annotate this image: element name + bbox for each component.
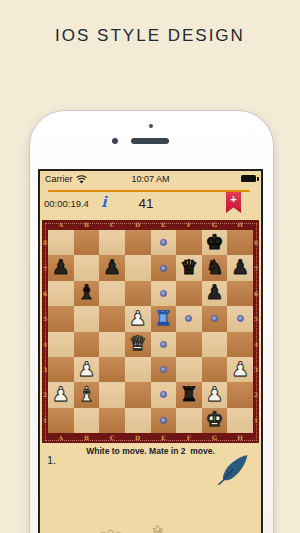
square-h1[interactable]	[227, 408, 253, 433]
square-e6[interactable]	[151, 281, 177, 306]
white-queen-d4[interactable]: ♛	[129, 333, 147, 353]
file-label-b: B	[74, 434, 100, 442]
square-e8[interactable]	[151, 230, 177, 255]
square-a6[interactable]	[48, 281, 74, 306]
file-label-d: D	[125, 434, 151, 442]
earpiece-speaker-icon	[131, 138, 169, 144]
square-b8[interactable]	[74, 230, 100, 255]
battery-icon	[241, 175, 256, 182]
square-e4[interactable]	[151, 332, 177, 357]
black-knight-g7[interactable]: ♞	[206, 257, 224, 277]
square-f5[interactable]	[176, 306, 202, 331]
square-b3[interactable]: ♟	[74, 357, 100, 382]
front-camera-icon	[112, 138, 118, 144]
legal-move-dot-e6[interactable]	[160, 290, 167, 297]
legal-move-dot-f5[interactable]	[185, 315, 192, 322]
square-b6[interactable]: ♝	[74, 281, 100, 306]
square-a4[interactable]	[48, 332, 74, 357]
square-g6[interactable]: ♟	[202, 281, 228, 306]
square-h7[interactable]: ♟	[227, 255, 253, 280]
square-d8[interactable]	[125, 230, 151, 255]
legal-move-dot-e7[interactable]	[160, 265, 167, 272]
phone-top-mic-icon	[149, 124, 153, 128]
square-a5[interactable]	[48, 306, 74, 331]
square-f2[interactable]: ♜	[176, 382, 202, 407]
square-f3[interactable]	[176, 357, 202, 382]
square-h6[interactable]	[227, 281, 253, 306]
square-e1[interactable]	[151, 408, 177, 433]
square-c8[interactable]	[99, 230, 125, 255]
square-c4[interactable]	[99, 332, 125, 357]
square-e7[interactable]	[151, 255, 177, 280]
selected-white-rook-e5[interactable]: ♜	[154, 308, 172, 328]
square-g2[interactable]: ♟	[202, 382, 228, 407]
square-e5[interactable]: ♜	[151, 306, 177, 331]
file-label-c: C	[99, 434, 125, 442]
square-e2[interactable]	[151, 382, 177, 407]
decorative-piece-row: ♜♞♝♛♚♝♟♞♜	[40, 488, 261, 533]
square-a1[interactable]	[48, 408, 74, 433]
square-f4[interactable]	[176, 332, 202, 357]
square-b7[interactable]	[74, 255, 100, 280]
square-d3[interactable]	[125, 357, 151, 382]
square-b1[interactable]	[74, 408, 100, 433]
rank-label-7: 7	[253, 255, 259, 280]
legal-move-dot-e1[interactable]	[160, 417, 167, 424]
file-labels-top: ABCDEFGH	[48, 221, 253, 229]
square-f8[interactable]	[176, 230, 202, 255]
white-pawn-b3[interactable]: ♟	[77, 359, 95, 379]
black-queen-f7[interactable]: ♛	[180, 257, 198, 277]
status-time: 10:07 AM	[40, 174, 261, 184]
status-bar: Carrier 10:07 AM	[40, 171, 261, 188]
legal-move-dot-e4[interactable]	[160, 341, 167, 348]
black-king-g8[interactable]: ♚	[206, 232, 224, 252]
rank-labels-right: 87654321	[253, 230, 259, 433]
file-label-a: A	[48, 434, 74, 442]
rank-label-3: 3	[253, 357, 259, 382]
header-divider	[48, 190, 250, 192]
square-h3[interactable]: ♟	[227, 357, 253, 382]
rank-label-6: 6	[253, 281, 259, 306]
file-label-g: G	[202, 221, 228, 229]
square-d1[interactable]	[125, 408, 151, 433]
legal-move-dot-e8[interactable]	[160, 239, 167, 246]
rank-label-2: 2	[253, 382, 259, 407]
square-g8[interactable]: ♚	[202, 230, 228, 255]
square-g5[interactable]	[202, 306, 228, 331]
square-h2[interactable]	[227, 382, 253, 407]
square-c3[interactable]	[99, 357, 125, 382]
square-a2[interactable]: ♟	[48, 382, 74, 407]
white-bishop-b2[interactable]: ♝	[77, 384, 95, 404]
black-pawn-g6[interactable]: ♟	[206, 282, 224, 302]
square-g4[interactable]	[202, 332, 228, 357]
decor-king-icon: ♚	[134, 525, 181, 533]
legal-move-dot-e3[interactable]	[160, 366, 167, 373]
iphone-frame: Carrier 10:07 AM 00:00:19.4 i 41 + ABCDE…	[29, 110, 274, 533]
black-rook-f2[interactable]: ♜	[180, 384, 198, 404]
square-g7[interactable]: ♞	[202, 255, 228, 280]
square-b5[interactable]	[74, 306, 100, 331]
feather-notation-button[interactable]	[216, 454, 250, 486]
square-h4[interactable]	[227, 332, 253, 357]
move-list-number: 1.	[47, 454, 56, 466]
file-label-g: G	[202, 434, 228, 442]
file-label-e: E	[151, 221, 177, 229]
chess-board: ABCDEFGH ABCDEFGH 87654321 87654321 ♚♟♟♛…	[42, 220, 259, 443]
white-pawn-g2[interactable]: ♟	[206, 384, 224, 404]
white-pawn-d5[interactable]: ♟	[129, 308, 147, 328]
square-f7[interactable]: ♛	[176, 255, 202, 280]
legal-move-dot-h5[interactable]	[237, 315, 244, 322]
square-a8[interactable]	[48, 230, 74, 255]
page-title: IOS STYLE DESIGN	[0, 26, 300, 46]
square-f1[interactable]	[176, 408, 202, 433]
file-label-b: B	[74, 221, 100, 229]
file-label-h: H	[227, 434, 253, 442]
white-king-g1[interactable]: ♚	[206, 409, 224, 429]
square-d2[interactable]	[125, 382, 151, 407]
square-e3[interactable]	[151, 357, 177, 382]
file-label-h: H	[227, 221, 253, 229]
square-c2[interactable]	[99, 382, 125, 407]
square-g3[interactable]	[202, 357, 228, 382]
file-labels-bottom: ABCDEFGH	[48, 434, 253, 442]
square-d4[interactable]: ♛	[125, 332, 151, 357]
square-h5[interactable]	[227, 306, 253, 331]
file-label-a: A	[48, 221, 74, 229]
legal-move-dot-g5[interactable]	[211, 315, 218, 322]
file-label-e: E	[151, 434, 177, 442]
legal-move-dot-e2[interactable]	[160, 391, 167, 398]
board-grid: ♚♟♟♛♞♟♝♟♟♜♛♟♟♟♝♜♟♚	[48, 230, 253, 433]
square-a7[interactable]: ♟	[48, 255, 74, 280]
rank-label-1: 1	[253, 408, 259, 433]
rank-label-8: 8	[253, 230, 259, 255]
black-pawn-a7[interactable]: ♟	[52, 257, 70, 277]
square-a3[interactable]	[48, 357, 74, 382]
square-b4[interactable]	[74, 332, 100, 357]
square-d6[interactable]	[125, 281, 151, 306]
file-label-c: C	[99, 221, 125, 229]
square-g1[interactable]: ♚	[202, 408, 228, 433]
black-pawn-c7[interactable]: ♟	[103, 257, 121, 277]
file-label-d: D	[125, 221, 151, 229]
square-d7[interactable]	[125, 255, 151, 280]
white-pawn-a2[interactable]: ♟	[52, 384, 70, 404]
square-h8[interactable]	[227, 230, 253, 255]
file-label-f: F	[176, 221, 202, 229]
square-c7[interactable]: ♟	[99, 255, 125, 280]
puzzle-number: 41	[40, 196, 252, 211]
square-c6[interactable]	[99, 281, 125, 306]
file-label-f: F	[176, 434, 202, 442]
square-c5[interactable]	[99, 306, 125, 331]
black-bishop-b6[interactable]: ♝	[77, 282, 95, 302]
square-b2[interactable]: ♝	[74, 382, 100, 407]
app-screen: Carrier 10:07 AM 00:00:19.4 i 41 + ABCDE…	[38, 169, 263, 533]
rank-label-5: 5	[253, 306, 259, 331]
white-pawn-h3[interactable]: ♟	[231, 359, 249, 379]
square-d5[interactable]: ♟	[125, 306, 151, 331]
square-c1[interactable]	[99, 408, 125, 433]
black-pawn-h7[interactable]: ♟	[231, 257, 249, 277]
square-f6[interactable]	[176, 281, 202, 306]
rank-label-4: 4	[253, 332, 259, 357]
